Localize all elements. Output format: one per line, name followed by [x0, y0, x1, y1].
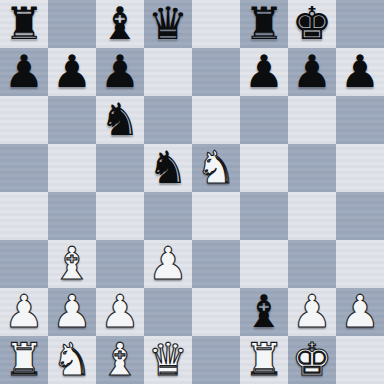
square-c1[interactable]: ♝ — [96, 336, 144, 384]
square-b1[interactable]: ♞ — [48, 336, 96, 384]
square-d8[interactable]: ♛ — [144, 0, 192, 48]
chess-board: ♜♝♛♜♚♟♟♟♟♟♟♞♞♞♝♟♟♟♟♝♟♟♜♞♝♛♜♚ — [0, 0, 384, 384]
square-a6[interactable] — [0, 96, 48, 144]
white-knight[interactable]: ♞ — [52, 336, 92, 384]
white-pawn[interactable]: ♟ — [340, 288, 380, 336]
square-e4[interactable] — [192, 192, 240, 240]
square-b2[interactable]: ♟ — [48, 288, 96, 336]
square-h4[interactable] — [336, 192, 384, 240]
square-e2[interactable] — [192, 288, 240, 336]
black-pawn[interactable]: ♟ — [340, 48, 380, 96]
square-f8[interactable]: ♜ — [240, 0, 288, 48]
white-pawn[interactable]: ♟ — [292, 288, 332, 336]
square-c8[interactable]: ♝ — [96, 0, 144, 48]
square-e5[interactable]: ♞ — [192, 144, 240, 192]
black-knight[interactable]: ♞ — [100, 96, 140, 144]
square-c2[interactable]: ♟ — [96, 288, 144, 336]
square-e1[interactable] — [192, 336, 240, 384]
square-b8[interactable] — [48, 0, 96, 48]
square-d4[interactable] — [144, 192, 192, 240]
black-pawn[interactable]: ♟ — [4, 48, 44, 96]
square-g2[interactable]: ♟ — [288, 288, 336, 336]
black-rook[interactable]: ♜ — [244, 0, 284, 48]
black-bishop[interactable]: ♝ — [244, 288, 284, 336]
black-pawn[interactable]: ♟ — [244, 48, 284, 96]
square-b5[interactable] — [48, 144, 96, 192]
black-knight[interactable]: ♞ — [148, 144, 188, 192]
white-knight[interactable]: ♞ — [196, 144, 236, 192]
white-pawn[interactable]: ♟ — [52, 288, 92, 336]
square-h6[interactable] — [336, 96, 384, 144]
square-h1[interactable] — [336, 336, 384, 384]
square-h5[interactable] — [336, 144, 384, 192]
white-pawn[interactable]: ♟ — [148, 240, 188, 288]
square-d5[interactable]: ♞ — [144, 144, 192, 192]
square-a4[interactable] — [0, 192, 48, 240]
square-g3[interactable] — [288, 240, 336, 288]
square-c4[interactable] — [96, 192, 144, 240]
square-f4[interactable] — [240, 192, 288, 240]
square-f1[interactable]: ♜ — [240, 336, 288, 384]
square-a5[interactable] — [0, 144, 48, 192]
white-pawn[interactable]: ♟ — [4, 288, 44, 336]
square-f6[interactable] — [240, 96, 288, 144]
square-a7[interactable]: ♟ — [0, 48, 48, 96]
black-queen[interactable]: ♛ — [148, 0, 188, 48]
square-b4[interactable] — [48, 192, 96, 240]
square-f7[interactable]: ♟ — [240, 48, 288, 96]
square-c5[interactable] — [96, 144, 144, 192]
black-bishop[interactable]: ♝ — [100, 0, 140, 48]
square-g1[interactable]: ♚ — [288, 336, 336, 384]
square-f2[interactable]: ♝ — [240, 288, 288, 336]
white-bishop[interactable]: ♝ — [100, 336, 140, 384]
white-king[interactable]: ♚ — [292, 336, 332, 384]
square-e3[interactable] — [192, 240, 240, 288]
white-rook[interactable]: ♜ — [4, 336, 44, 384]
square-g8[interactable]: ♚ — [288, 0, 336, 48]
square-g4[interactable] — [288, 192, 336, 240]
square-a1[interactable]: ♜ — [0, 336, 48, 384]
black-rook[interactable]: ♜ — [4, 0, 44, 48]
square-e8[interactable] — [192, 0, 240, 48]
square-h3[interactable] — [336, 240, 384, 288]
square-a8[interactable]: ♜ — [0, 0, 48, 48]
square-f5[interactable] — [240, 144, 288, 192]
square-d7[interactable] — [144, 48, 192, 96]
square-g6[interactable] — [288, 96, 336, 144]
square-e7[interactable] — [192, 48, 240, 96]
square-b7[interactable]: ♟ — [48, 48, 96, 96]
black-pawn[interactable]: ♟ — [100, 48, 140, 96]
square-h8[interactable] — [336, 0, 384, 48]
square-a3[interactable] — [0, 240, 48, 288]
square-d1[interactable]: ♛ — [144, 336, 192, 384]
square-d3[interactable]: ♟ — [144, 240, 192, 288]
white-queen[interactable]: ♛ — [148, 336, 188, 384]
square-b3[interactable]: ♝ — [48, 240, 96, 288]
black-pawn[interactable]: ♟ — [292, 48, 332, 96]
white-bishop[interactable]: ♝ — [52, 240, 92, 288]
square-e6[interactable] — [192, 96, 240, 144]
square-h7[interactable]: ♟ — [336, 48, 384, 96]
black-pawn[interactable]: ♟ — [52, 48, 92, 96]
square-g5[interactable] — [288, 144, 336, 192]
white-pawn[interactable]: ♟ — [100, 288, 140, 336]
square-c7[interactable]: ♟ — [96, 48, 144, 96]
black-king[interactable]: ♚ — [292, 0, 332, 48]
square-c3[interactable] — [96, 240, 144, 288]
square-c6[interactable]: ♞ — [96, 96, 144, 144]
square-d6[interactable] — [144, 96, 192, 144]
square-b6[interactable] — [48, 96, 96, 144]
square-h2[interactable]: ♟ — [336, 288, 384, 336]
white-rook[interactable]: ♜ — [244, 336, 284, 384]
square-d2[interactable] — [144, 288, 192, 336]
square-a2[interactable]: ♟ — [0, 288, 48, 336]
square-f3[interactable] — [240, 240, 288, 288]
square-g7[interactable]: ♟ — [288, 48, 336, 96]
